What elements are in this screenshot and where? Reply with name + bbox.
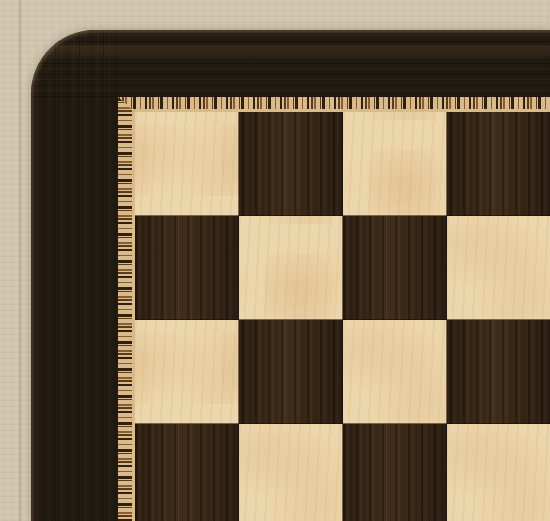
board-square-light <box>135 112 239 216</box>
board-square-light <box>447 424 550 521</box>
board-square-light <box>447 216 550 320</box>
board-square-dark <box>135 424 239 521</box>
board-square-light <box>135 320 239 424</box>
board-square-dark <box>447 320 550 424</box>
board-square-dark <box>135 216 239 320</box>
board-square-dark <box>239 320 343 424</box>
board-frame-left <box>31 30 119 521</box>
board-square-dark <box>239 112 343 216</box>
board-square-light <box>343 112 447 216</box>
board-square-dark <box>343 216 447 320</box>
board-square-light <box>239 424 343 521</box>
board-square-dark <box>447 112 550 216</box>
inlay-band-top <box>118 97 550 112</box>
playing-field <box>135 112 550 521</box>
board-square-light <box>343 320 447 424</box>
board-square-dark <box>343 424 447 521</box>
board-square-light <box>239 216 343 320</box>
fabric-crease <box>18 0 22 521</box>
chessboard <box>31 30 550 521</box>
board-photo <box>0 0 550 521</box>
inlay-band-left <box>118 97 135 521</box>
